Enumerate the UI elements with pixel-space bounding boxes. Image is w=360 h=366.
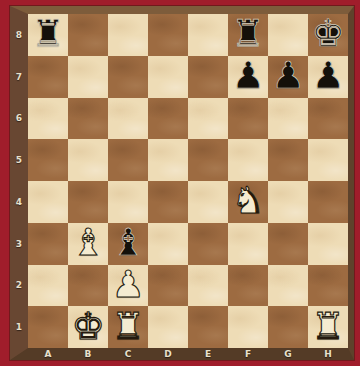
black-rook[interactable]: ♜ xyxy=(31,15,64,52)
square-d3[interactable] xyxy=(148,223,188,265)
square-a3[interactable] xyxy=(28,223,68,265)
square-e6[interactable] xyxy=(188,98,228,140)
square-b5[interactable] xyxy=(68,139,108,181)
square-g3[interactable] xyxy=(268,223,308,265)
square-c6[interactable] xyxy=(108,98,148,140)
square-a5[interactable] xyxy=(28,139,68,181)
rank-label-6: 6 xyxy=(10,98,28,140)
black-bishop[interactable]: ♝ xyxy=(111,224,144,261)
file-label-h: H xyxy=(308,348,348,360)
square-b3[interactable]: ♝ xyxy=(68,223,108,265)
square-d6[interactable] xyxy=(148,98,188,140)
square-e2[interactable] xyxy=(188,265,228,307)
square-b2[interactable] xyxy=(68,265,108,307)
black-king[interactable]: ♚ xyxy=(311,15,344,52)
file-label-c: C xyxy=(108,348,148,360)
file-label-g: G xyxy=(268,348,308,360)
square-h8[interactable]: ♚ xyxy=(308,14,348,56)
black-pawn[interactable]: ♟ xyxy=(271,57,304,94)
square-d1[interactable] xyxy=(148,306,188,348)
square-f7[interactable]: ♟ xyxy=(228,56,268,98)
rank-label-2: 2 xyxy=(10,265,28,307)
square-g5[interactable] xyxy=(268,139,308,181)
square-e8[interactable] xyxy=(188,14,228,56)
square-f6[interactable] xyxy=(228,98,268,140)
rank-label-3: 3 xyxy=(10,223,28,265)
square-h7[interactable]: ♟ xyxy=(308,56,348,98)
square-h2[interactable] xyxy=(308,265,348,307)
square-a7[interactable] xyxy=(28,56,68,98)
square-f8[interactable]: ♜ xyxy=(228,14,268,56)
square-e7[interactable] xyxy=(188,56,228,98)
square-d7[interactable] xyxy=(148,56,188,98)
black-pawn[interactable]: ♟ xyxy=(231,57,264,94)
rank-label-7: 7 xyxy=(10,56,28,98)
square-e5[interactable] xyxy=(188,139,228,181)
board-frame: ♜♜♚♟♟♟♞♝♝♟♚♜♜ xyxy=(10,6,354,360)
square-d4[interactable] xyxy=(148,181,188,223)
white-rook[interactable]: ♜ xyxy=(311,308,344,345)
square-h3[interactable] xyxy=(308,223,348,265)
square-a2[interactable] xyxy=(28,265,68,307)
rank-labels: 87654321 xyxy=(10,14,28,348)
square-b1[interactable]: ♚ xyxy=(68,306,108,348)
square-g7[interactable]: ♟ xyxy=(268,56,308,98)
square-b6[interactable] xyxy=(68,98,108,140)
rank-label-4: 4 xyxy=(10,181,28,223)
square-h5[interactable] xyxy=(308,139,348,181)
square-d5[interactable] xyxy=(148,139,188,181)
chess-board: ♜♜♚♟♟♟♞♝♝♟♚♜♜ xyxy=(28,14,348,348)
chess-diagram: ♜♜♚♟♟♟♞♝♝♟♚♜♜ 87654321 ABCDEFGH xyxy=(0,0,360,366)
file-label-f: F xyxy=(228,348,268,360)
white-knight[interactable]: ♞ xyxy=(231,182,264,219)
square-g6[interactable] xyxy=(268,98,308,140)
square-b8[interactable] xyxy=(68,14,108,56)
rank-label-8: 8 xyxy=(10,14,28,56)
square-f3[interactable] xyxy=(228,223,268,265)
square-c5[interactable] xyxy=(108,139,148,181)
file-label-e: E xyxy=(188,348,228,360)
square-g4[interactable] xyxy=(268,181,308,223)
square-a1[interactable] xyxy=(28,306,68,348)
white-pawn[interactable]: ♟ xyxy=(111,266,144,303)
white-bishop[interactable]: ♝ xyxy=(71,224,104,261)
file-label-a: A xyxy=(28,348,68,360)
square-f2[interactable] xyxy=(228,265,268,307)
white-rook[interactable]: ♜ xyxy=(111,308,144,345)
square-e3[interactable] xyxy=(188,223,228,265)
file-label-d: D xyxy=(148,348,188,360)
square-d2[interactable] xyxy=(148,265,188,307)
rank-label-1: 1 xyxy=(10,306,28,348)
file-label-b: B xyxy=(68,348,108,360)
square-g1[interactable] xyxy=(268,306,308,348)
square-h4[interactable] xyxy=(308,181,348,223)
square-a6[interactable] xyxy=(28,98,68,140)
square-g8[interactable] xyxy=(268,14,308,56)
square-c4[interactable] xyxy=(108,181,148,223)
square-b4[interactable] xyxy=(68,181,108,223)
square-g2[interactable] xyxy=(268,265,308,307)
file-labels: ABCDEFGH xyxy=(28,348,348,360)
white-king[interactable]: ♚ xyxy=(71,308,104,345)
square-e1[interactable] xyxy=(188,306,228,348)
square-a8[interactable]: ♜ xyxy=(28,14,68,56)
square-h6[interactable] xyxy=(308,98,348,140)
square-f1[interactable] xyxy=(228,306,268,348)
square-h1[interactable]: ♜ xyxy=(308,306,348,348)
square-c7[interactable] xyxy=(108,56,148,98)
rank-label-5: 5 xyxy=(10,139,28,181)
square-f4[interactable]: ♞ xyxy=(228,181,268,223)
square-a4[interactable] xyxy=(28,181,68,223)
square-e4[interactable] xyxy=(188,181,228,223)
black-rook[interactable]: ♜ xyxy=(231,15,264,52)
black-pawn[interactable]: ♟ xyxy=(311,57,344,94)
square-c3[interactable]: ♝ xyxy=(108,223,148,265)
square-b7[interactable] xyxy=(68,56,108,98)
square-c1[interactable]: ♜ xyxy=(108,306,148,348)
square-c2[interactable]: ♟ xyxy=(108,265,148,307)
square-d8[interactable] xyxy=(148,14,188,56)
square-c8[interactable] xyxy=(108,14,148,56)
square-f5[interactable] xyxy=(228,139,268,181)
